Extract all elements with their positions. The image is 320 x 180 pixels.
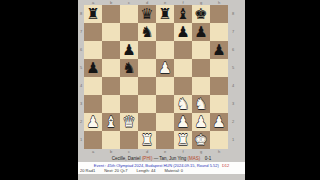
black-pawn-a5[interactable]: ♟ [84,59,102,77]
square-h3[interactable] [210,95,228,113]
square-h6[interactable]: ♟ [210,41,228,59]
black-pawn-c6[interactable]: ♟ [120,41,138,59]
black-pawn-h6[interactable]: ♟ [210,41,228,59]
square-f5[interactable] [174,59,192,77]
file-label-d: d [138,149,156,154]
last-move: 20 Rad1 [80,168,95,173]
black-king-g8[interactable]: ♚ [192,5,210,23]
square-a6[interactable] [84,41,102,59]
square-a7[interactable] [84,23,102,41]
white-pawn-h2[interactable]: ♟ [210,113,228,131]
square-b4[interactable] [102,77,120,95]
players-line: Cecille, Daniel (PHI) — Tan, Jun Ying (M… [78,155,245,162]
square-c8[interactable] [120,5,138,23]
caption-strip: Event : 45th Olympiad 2024, Budapest HUN… [78,162,245,174]
event-line: Event : 45th Olympiad 2024, Budapest HUN… [78,163,245,168]
white-rook-d1[interactable]: ♜ [138,131,156,149]
players-separator: — [154,156,159,161]
file-label-e: e [156,149,174,154]
square-c7[interactable] [120,23,138,41]
rank-label-2: 2 [229,113,237,131]
square-a3[interactable] [84,95,102,113]
square-h1[interactable] [210,131,228,149]
black-rook-a8[interactable]: ♜ [84,5,102,23]
square-a2[interactable]: ♟ [84,113,102,131]
black-player-name: Tan, Jun Ying [159,156,186,161]
square-c5[interactable]: ♞ [120,59,138,77]
square-g1[interactable]: ♚ [192,131,210,149]
material-balance: Material: 0 [164,168,183,173]
square-e7[interactable] [156,23,174,41]
square-g7[interactable]: ♟ [192,23,210,41]
file-label-h: h [210,149,228,154]
rank-label-6: 6 [229,41,237,59]
black-pawn-f7[interactable]: ♟ [174,23,192,41]
square-f1[interactable]: ♜ [174,131,192,149]
file-label-g: g [192,149,210,154]
rank-label-1: 1 [229,131,237,149]
square-g2[interactable]: ♟ [192,113,210,131]
white-pawn-g2[interactable]: ♟ [192,113,210,131]
square-c2[interactable]: ♛ [120,113,138,131]
square-f7[interactable]: ♟ [174,23,192,41]
square-e2[interactable] [156,113,174,131]
square-e4[interactable] [156,77,174,95]
square-b3[interactable] [102,95,120,113]
square-g5[interactable] [192,59,210,77]
square-f3[interactable]: ♞ [174,95,192,113]
game-length: Length: 44 [136,168,155,173]
square-a8[interactable]: ♜ [84,5,102,23]
white-player-tag: (PHI) [142,156,153,161]
white-king-g1[interactable]: ♚ [192,131,210,149]
square-h7[interactable] [210,23,228,41]
white-rook-f1[interactable]: ♜ [174,131,192,149]
square-a1[interactable] [84,131,102,149]
square-f8[interactable]: ♝ [174,5,192,23]
rank-label-8: 8 [229,5,237,23]
square-b7[interactable] [102,23,120,41]
square-d1[interactable]: ♜ [138,131,156,149]
square-b5[interactable] [102,59,120,77]
square-b8[interactable] [102,5,120,23]
square-b1[interactable] [102,131,120,149]
chess-board: ♜♛♜♝♚♞♟♟♟♟♟♞♟♞♞♟♝♛♟♟♟♜♜♚ [84,5,228,149]
square-d6[interactable] [138,41,156,59]
square-f2[interactable]: ♟ [174,113,192,131]
square-a5[interactable]: ♟ [84,59,102,77]
square-e8[interactable]: ♜ [156,5,174,23]
square-c6[interactable]: ♟ [120,41,138,59]
square-d4[interactable] [138,77,156,95]
video-frame: abcdefgh 87654321 ♜♛♜♝♚♞♟♟♟♟♟♞♟♞♞♟♝♛♟♟♟♜… [0,0,320,180]
rank-label-3: 3 [229,95,237,113]
square-a4[interactable] [84,77,102,95]
square-c4[interactable] [120,77,138,95]
white-knight-f3[interactable]: ♞ [174,95,192,113]
white-pawn-e5[interactable]: ♟ [156,59,174,77]
eco-code: D12 [222,163,229,168]
square-c3[interactable] [120,95,138,113]
square-h2[interactable]: ♟ [210,113,228,131]
file-label-b: b [102,149,120,154]
square-c1[interactable] [120,131,138,149]
file-labels-bottom: abcdefgh [84,149,228,154]
square-b6[interactable] [102,41,120,59]
square-f4[interactable] [174,77,192,95]
square-d7[interactable]: ♞ [138,23,156,41]
file-label-f: f [174,149,192,154]
square-g8[interactable]: ♚ [192,5,210,23]
event-text: Event : 45th Olympiad 2024, Budapest HUN… [94,163,219,168]
square-b2[interactable]: ♝ [102,113,120,131]
rank-label-4: 4 [229,77,237,95]
rank-label-5: 5 [229,59,237,77]
square-d3[interactable] [138,95,156,113]
square-e3[interactable] [156,95,174,113]
square-h5[interactable] [210,59,228,77]
white-player-name: Cecille, Daniel [112,156,141,161]
black-knight-c5[interactable]: ♞ [120,59,138,77]
move-line: 20 Rad1 Next: 20 Qc7 Length: 44 Material… [80,168,244,173]
square-d2[interactable] [138,113,156,131]
black-pawn-g7[interactable]: ♟ [192,23,210,41]
file-label-a: a [84,149,102,154]
square-e6[interactable] [156,41,174,59]
black-player-tag: (MAS) [188,156,201,161]
square-h8[interactable] [210,5,228,23]
black-knight-d7[interactable]: ♞ [138,23,156,41]
square-g3[interactable]: ♞ [192,95,210,113]
rank-label-7: 7 [229,23,237,41]
next-move: Next: 20 Qc7 [104,168,127,173]
game-result: 0-1 [205,156,212,161]
square-g4[interactable] [192,77,210,95]
square-g6[interactable] [192,41,210,59]
square-e5[interactable]: ♟ [156,59,174,77]
rank-labels-right: 87654321 [229,5,237,149]
square-e1[interactable] [156,131,174,149]
white-pawn-f2[interactable]: ♟ [174,113,192,131]
square-h4[interactable] [210,77,228,95]
square-d5[interactable] [138,59,156,77]
white-queen-c2[interactable]: ♛ [120,113,138,131]
file-label-c: c [120,149,138,154]
square-f6[interactable] [174,41,192,59]
white-pawn-a2[interactable]: ♟ [84,113,102,131]
white-knight-g3[interactable]: ♞ [192,95,210,113]
black-queen-d8[interactable]: ♛ [138,5,156,23]
black-bishop-f8[interactable]: ♝ [174,5,192,23]
square-d8[interactable]: ♛ [138,5,156,23]
white-bishop-b2[interactable]: ♝ [102,113,120,131]
black-rook-e8[interactable]: ♜ [156,5,174,23]
